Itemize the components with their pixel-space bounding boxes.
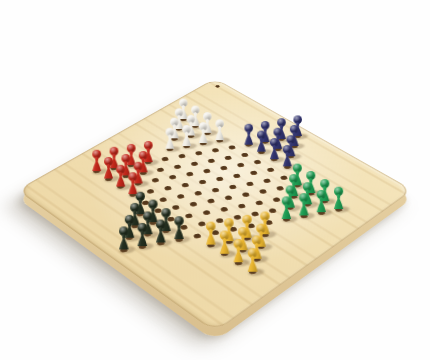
peg-base (90, 156, 102, 171)
peg-base (232, 247, 245, 263)
peg-body-upright (180, 125, 192, 146)
peg-base (242, 130, 253, 144)
peg-body-upright (154, 220, 168, 243)
corner-hole (214, 84, 220, 88)
peg-base (102, 164, 114, 179)
hole[interactable] (237, 203, 246, 209)
peg-body-upright (213, 119, 225, 140)
peg-body-upright (172, 217, 186, 240)
hole[interactable] (202, 210, 211, 216)
hole[interactable] (241, 192, 250, 198)
hole-grid (51, 91, 399, 313)
peg-base (164, 135, 176, 149)
peg-base (297, 201, 309, 216)
hole[interactable] (168, 175, 176, 180)
hole[interactable] (253, 160, 262, 165)
hole[interactable] (161, 157, 169, 162)
hole[interactable] (236, 163, 245, 168)
peg-base (114, 172, 126, 187)
peg-body-upright (117, 227, 131, 250)
hole[interactable] (207, 158, 215, 163)
peg-body-upright (245, 248, 259, 272)
scene (0, 0, 430, 360)
hole[interactable] (185, 172, 193, 177)
hole[interactable] (194, 151, 202, 156)
hole[interactable] (193, 190, 202, 196)
peg-body-upright (217, 230, 231, 253)
peg-base (197, 129, 208, 143)
peg-body-upright (268, 138, 281, 159)
peg-base (268, 145, 280, 160)
peg-base (246, 256, 259, 272)
peg-base (214, 126, 225, 140)
peg-base (172, 224, 185, 240)
peg-body-upright (163, 128, 175, 149)
peg-body-upright (90, 150, 103, 172)
hole[interactable] (219, 166, 228, 171)
hole[interactable] (228, 184, 237, 189)
peg-body-upright (102, 157, 115, 179)
peg-body-upright (231, 239, 245, 263)
hole[interactable] (262, 178, 271, 183)
hole[interactable] (219, 206, 228, 212)
hole[interactable] (224, 195, 233, 201)
hole[interactable] (266, 167, 275, 172)
hole[interactable] (163, 186, 172, 191)
hole[interactable] (177, 154, 185, 159)
peg-body-upright (314, 190, 327, 212)
hole[interactable] (151, 178, 159, 183)
peg-body-upright (242, 124, 254, 145)
hole[interactable] (146, 189, 154, 194)
peg-body-upright (135, 223, 149, 246)
peg-base (332, 194, 344, 209)
peg-base (180, 132, 191, 146)
hole[interactable] (211, 148, 219, 153)
hole[interactable] (190, 161, 198, 166)
peg-body-upright (297, 193, 310, 216)
hole[interactable] (198, 179, 207, 184)
peg-body-upright (332, 187, 345, 209)
peg-body-upright (114, 165, 127, 187)
hole[interactable] (249, 170, 258, 175)
chinese-checkers-photo (0, 0, 430, 360)
hole[interactable] (192, 233, 201, 239)
peg-base (154, 227, 167, 243)
peg-base (255, 138, 267, 152)
hole[interactable] (240, 152, 248, 157)
hole[interactable] (156, 167, 164, 172)
peg-base (136, 231, 149, 247)
hole[interactable] (181, 183, 190, 188)
hole[interactable] (232, 173, 241, 178)
hole[interactable] (189, 202, 198, 208)
hole[interactable] (176, 194, 185, 200)
peg-body-upright (197, 122, 209, 143)
peg-body-upright (279, 197, 292, 220)
hole[interactable] (254, 200, 263, 206)
hole[interactable] (211, 187, 220, 192)
hole[interactable] (215, 176, 224, 181)
peg-base (117, 234, 130, 250)
hole[interactable] (206, 198, 215, 204)
hole[interactable] (245, 181, 254, 186)
peg-base (315, 197, 327, 212)
hole[interactable] (202, 169, 210, 174)
peg-base (218, 238, 231, 254)
hole[interactable] (223, 155, 231, 160)
peg-body-upright (255, 131, 268, 152)
hole[interactable] (228, 145, 236, 150)
hole[interactable] (258, 189, 267, 194)
peg-base (204, 229, 217, 245)
hole[interactable] (173, 164, 181, 169)
peg-base (280, 204, 292, 219)
chinese-checkers-board (17, 78, 413, 332)
peg-body-upright (203, 222, 217, 245)
